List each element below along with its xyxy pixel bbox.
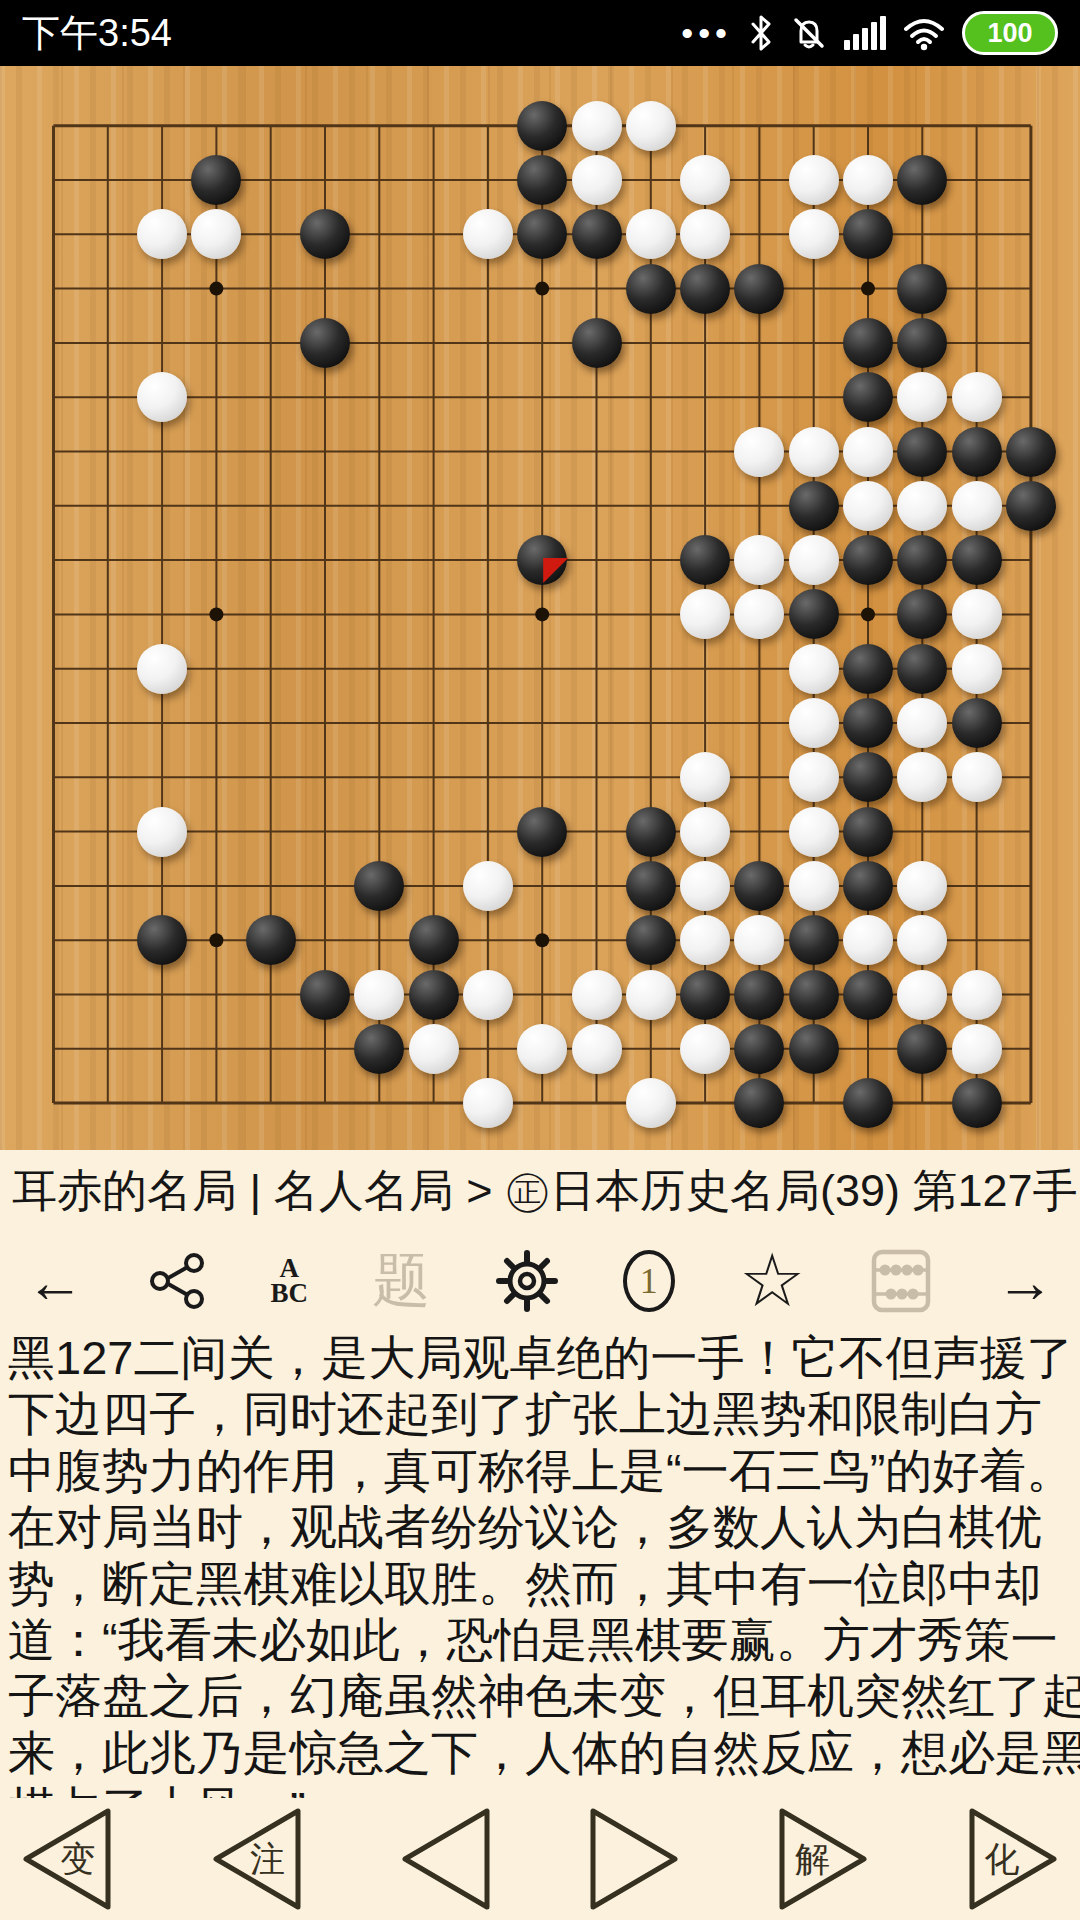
stone-black (246, 915, 296, 965)
stone-black (734, 264, 784, 314)
stone-white (734, 427, 784, 477)
next-move-button[interactable] (585, 1804, 685, 1914)
stone-white (843, 427, 893, 477)
stone-black (843, 807, 893, 857)
stone-black (1006, 481, 1056, 531)
stone-white (137, 372, 187, 422)
stone-white (897, 698, 947, 748)
stone-white (137, 807, 187, 857)
stone-black (300, 318, 350, 368)
stone-white (789, 698, 839, 748)
stone-black (789, 589, 839, 639)
commentary-line: 中腹势力的作用，真可称得上是“一石三鸟”的好着。 (8, 1443, 1072, 1499)
stone-white (626, 970, 676, 1020)
stone-white (409, 1024, 459, 1074)
more-dots-icon: ••• (681, 16, 732, 50)
commentary-line: 棋占了上风。”…… (8, 1781, 1072, 1798)
stone-black (789, 1024, 839, 1074)
stone-black (517, 101, 567, 151)
stone-white (626, 209, 676, 259)
cell-signal-icon (844, 16, 886, 50)
stone-black (843, 535, 893, 585)
stone-black (897, 427, 947, 477)
stone-black (517, 155, 567, 205)
commentary-line: 来，此兆乃是惊急之下，人体的自然反应，想必是黑 (8, 1725, 1072, 1781)
battery-percent: 100 (987, 18, 1032, 49)
stone-black (626, 807, 676, 857)
status-icons: ••• 100 (681, 11, 1058, 55)
commentary: 黑127二间关，是大局观卓绝的一手！它不但声援了 下边四子，同时还起到了扩张上边… (0, 1330, 1080, 1798)
status-bar: 下午3:54 ••• 100 (0, 0, 1080, 66)
stone-white (789, 155, 839, 205)
stone-black (789, 970, 839, 1020)
stone-white (897, 970, 947, 1020)
stone-black (843, 698, 893, 748)
annotation-button[interactable]: 注 (206, 1804, 306, 1914)
stone-white (843, 915, 893, 965)
stone-white (626, 1078, 676, 1128)
transform-button[interactable]: 化 (964, 1804, 1064, 1914)
stone-white (680, 155, 730, 205)
battery-icon: 100 (962, 11, 1058, 55)
stone-black (680, 535, 730, 585)
stone-white (626, 101, 676, 151)
stone-black (1006, 427, 1056, 477)
stone-white (789, 644, 839, 694)
stone-white (137, 644, 187, 694)
stone-black (897, 264, 947, 314)
stone-black (843, 644, 893, 694)
stone-black (354, 861, 404, 911)
stone-black (734, 861, 784, 911)
stone-black (626, 861, 676, 911)
stone-white (843, 481, 893, 531)
stone-black (789, 481, 839, 531)
commentary-line: 在对局当时，观战者纷纷议论，多数人认为白棋优 (8, 1499, 1072, 1555)
abacus-icon (870, 1248, 932, 1314)
stone-black (300, 970, 350, 1020)
stone-white (517, 1024, 567, 1074)
stone-black (409, 970, 459, 1020)
stone-black (843, 752, 893, 802)
stone-white (952, 752, 1002, 802)
breadcrumb: 耳赤的名局 | 名人名局 > ㊣日本历史名局(39) 第127手 (12, 1161, 1078, 1221)
stone-white (572, 970, 622, 1020)
stone-black (789, 915, 839, 965)
stone-black (734, 970, 784, 1020)
stone-white (463, 209, 513, 259)
stone-black (952, 427, 1002, 477)
stone-black (952, 698, 1002, 748)
favorite-star-icon[interactable]: ☆ (739, 1244, 805, 1318)
clock: 下午3:54 (22, 8, 172, 59)
stone-black (572, 318, 622, 368)
stone-white (789, 807, 839, 857)
commentary-line: 黑127二间关，是大局观卓绝的一手！它不但声援了 (8, 1330, 1072, 1386)
commentary-line: 道：“我看未必如此，恐怕是黑棋要赢。方才秀策一 (8, 1612, 1072, 1668)
stone-black (843, 372, 893, 422)
stone-white (572, 1024, 622, 1074)
stone-black (897, 155, 947, 205)
stone-white (572, 155, 622, 205)
stone-black (843, 209, 893, 259)
problem-icon: 题 (372, 1242, 430, 1320)
stone-black (354, 1024, 404, 1074)
stone-white (680, 861, 730, 911)
back-button[interactable]: ← (26, 1248, 84, 1315)
stone-black (680, 970, 730, 1020)
stone-white (952, 481, 1002, 531)
go-board[interactable] (0, 66, 1080, 1150)
stone-black (897, 318, 947, 368)
stone-black (952, 1078, 1002, 1128)
stone-black (137, 915, 187, 965)
solution-button[interactable]: 解 (774, 1804, 874, 1914)
stone-white (463, 970, 513, 1020)
share-icon[interactable] (148, 1252, 206, 1310)
stone-black (680, 264, 730, 314)
stone-white (463, 1078, 513, 1128)
stone-white (680, 807, 730, 857)
stone-white (952, 1024, 1002, 1074)
variation-button[interactable]: 变 (16, 1804, 116, 1914)
stone-black (300, 209, 350, 259)
stone-white (897, 861, 947, 911)
stone-white (354, 970, 404, 1020)
stone-white (680, 915, 730, 965)
wifi-icon (902, 15, 946, 51)
font-size-icon[interactable]: ABC (271, 1256, 309, 1306)
title-bar: 耳赤的名局 | 名人名局 > ㊣日本历史名局(39) 第127手 (0, 1150, 1080, 1232)
stone-white (897, 481, 947, 531)
commentary-line: 势，断定黑棋难以取胜。然而，其中有一位郎中却 (8, 1556, 1072, 1612)
forward-button[interactable]: → (996, 1248, 1054, 1315)
stone-black (952, 535, 1002, 585)
move-number-icon[interactable]: 1 (623, 1250, 675, 1312)
stone-black (843, 861, 893, 911)
settings-gear-icon[interactable] (495, 1249, 559, 1313)
stone-black (897, 1024, 947, 1074)
stone-black (409, 915, 459, 965)
stone-black (843, 318, 893, 368)
stone-black (734, 1024, 784, 1074)
stone-white (789, 209, 839, 259)
stone-black (843, 1078, 893, 1128)
stone-white (463, 861, 513, 911)
stone-black (517, 807, 567, 857)
stone-white (952, 589, 1002, 639)
commentary-line: 下边四子，同时还起到了扩张上边黑势和限制白方 (8, 1386, 1072, 1442)
bluetooth-icon (748, 14, 774, 52)
stone-white (789, 861, 839, 911)
stone-black (626, 264, 676, 314)
stone-white (680, 1024, 730, 1074)
toolbar: ← ABC 题 1 ☆ (0, 1232, 1080, 1330)
commentary-line: 子落盘之后，幻庵虽然神色未变，但耳机突然红了起 (8, 1668, 1072, 1724)
mute-bell-icon (790, 14, 828, 52)
stone-black (626, 915, 676, 965)
prev-move-button[interactable] (395, 1804, 495, 1914)
stone-white (952, 644, 1002, 694)
stone-white (952, 372, 1002, 422)
stone-black (572, 209, 622, 259)
stone-black (843, 970, 893, 1020)
stone-black (897, 644, 947, 694)
stone-white (789, 752, 839, 802)
stone-white (572, 101, 622, 151)
stone-white (789, 535, 839, 585)
stone-white (843, 155, 893, 205)
bottom-bar: 变 注 解 化 (0, 1798, 1080, 1920)
stone-white (789, 427, 839, 477)
stone-white (952, 970, 1002, 1020)
